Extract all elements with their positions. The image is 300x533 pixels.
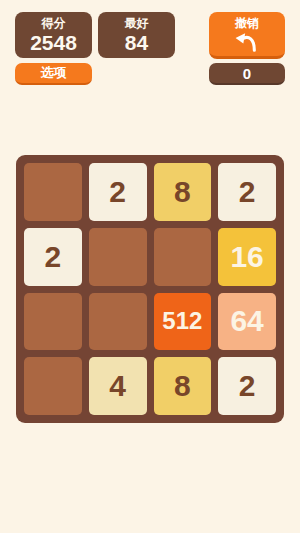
score-box: 得分 2548 (15, 12, 92, 58)
best-value: 84 (125, 31, 148, 55)
tile-16: 16 (218, 228, 276, 286)
tile-4: 4 (89, 357, 147, 415)
best-score-box: 最好 84 (98, 12, 175, 58)
tile-512: 512 (154, 293, 212, 351)
empty-cell (24, 357, 82, 415)
empty-cell (89, 228, 147, 286)
empty-cell (24, 163, 82, 221)
2048-app: 得分 2548 最好 84 撤销 选项 0 28221651264482 (0, 0, 300, 533)
score-value: 2548 (30, 31, 77, 55)
undo-button[interactable]: 撤销 (209, 12, 285, 59)
tile-8: 8 (154, 163, 212, 221)
undo-count-badge: 0 (209, 63, 285, 85)
board[interactable]: 28221651264482 (16, 155, 284, 423)
tile-8: 8 (154, 357, 212, 415)
tile-2: 2 (218, 357, 276, 415)
tile-64: 64 (218, 293, 276, 351)
tile-2: 2 (218, 163, 276, 221)
empty-cell (154, 228, 212, 286)
undo-button-label: 撤销 (235, 16, 259, 30)
options-button[interactable]: 选项 (15, 63, 92, 85)
tile-2: 2 (89, 163, 147, 221)
best-label: 最好 (125, 16, 149, 31)
tile-2: 2 (24, 228, 82, 286)
empty-cell (24, 293, 82, 351)
empty-cell (89, 293, 147, 351)
score-label: 得分 (42, 16, 66, 31)
undo-arrow-icon (233, 31, 261, 53)
